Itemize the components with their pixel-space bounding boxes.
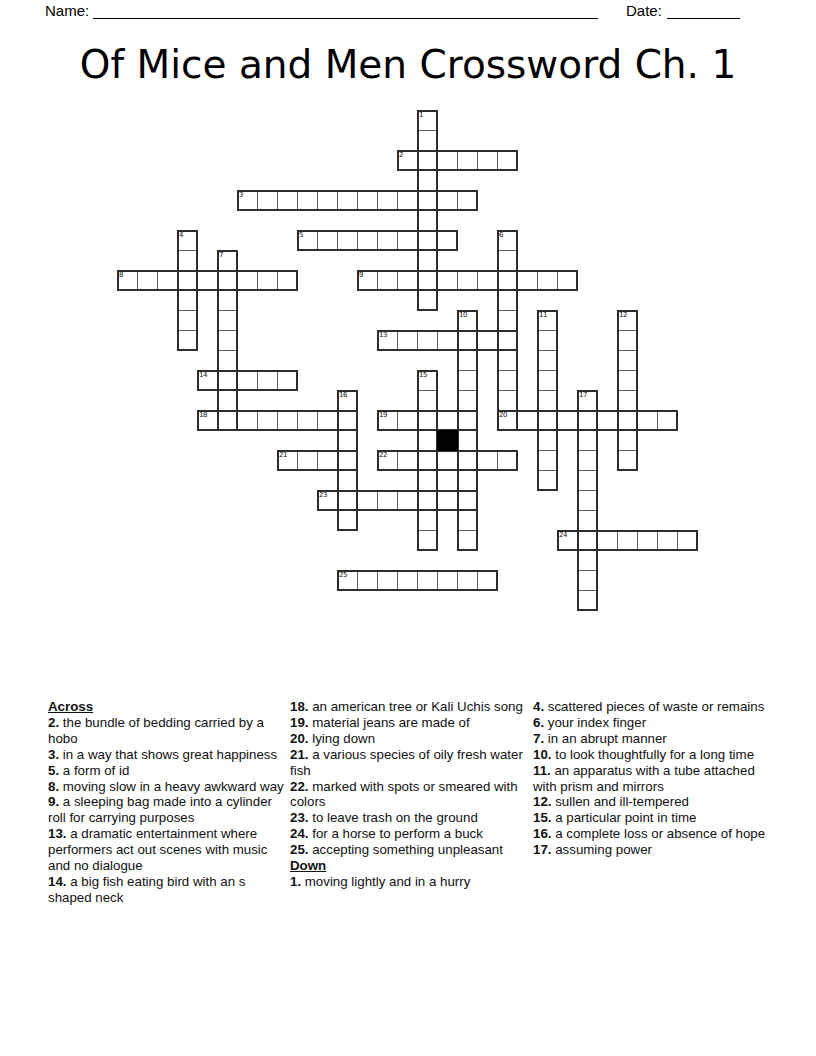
clue-across-25: 25. accepting something unpleasant [290,842,532,858]
cell-r8c1[interactable] [137,270,158,291]
cell-r11c13[interactable]: 13 [377,330,398,351]
cell-r23c23[interactable] [577,570,598,591]
cell-r14c5[interactable] [217,390,238,411]
cell-r11c25[interactable] [617,330,638,351]
cell-r12c17[interactable] [457,350,478,371]
crossword-grid: 1234567891011121314151617181920212223242… [117,110,699,612]
cell-r17c17[interactable] [457,450,478,471]
cell-r11c14[interactable] [397,330,418,351]
cell-r17c16[interactable] [437,450,458,471]
cell-r14c25[interactable] [617,390,638,411]
cell-r6c3[interactable]: 4 [177,230,198,251]
cell-r8c16[interactable] [437,270,458,291]
cell-r0c15[interactable]: 1 [417,110,438,131]
cell-r2c19[interactable] [497,150,518,171]
cell-r20c11[interactable] [337,510,358,531]
cell-r4c16[interactable] [437,190,458,211]
cell-r8c21[interactable] [537,270,558,291]
cell-r17c9[interactable] [297,450,318,471]
cell-r2c14[interactable]: 2 [397,150,418,171]
blocked-cell [437,430,458,451]
clues-column-3: 4. scattered pieces of waste or remains6… [533,699,775,858]
cell-r14c21[interactable] [537,390,558,411]
cell-r15c27[interactable] [657,410,678,431]
cell-r10c17[interactable]: 10 [457,310,478,331]
cell-r4c14[interactable] [397,190,418,211]
cell-r6c11[interactable] [337,230,358,251]
cell-r15c14[interactable] [397,410,418,431]
cell-r7c19[interactable] [497,250,518,271]
cell-r15c26[interactable] [637,410,658,431]
clue-number-6: 6 [499,231,503,239]
clue-number-15: 15 [419,371,427,379]
clue-number-21: 21 [279,451,287,459]
clue-number-2: 2 [399,151,403,159]
cell-r8c7[interactable] [257,270,278,291]
cell-r10c25[interactable]: 12 [617,310,638,331]
cell-r17c18[interactable] [477,450,498,471]
clue-across-14: 14. a big fish eating bird with an s sha… [48,874,290,906]
clue-down-15: 15. a particular point in time [533,810,775,826]
cell-r15c8[interactable] [277,410,298,431]
clue-number-5: 5 [299,231,303,239]
cell-r1c15[interactable] [417,130,438,151]
cell-r8c6[interactable] [237,270,258,291]
clue-number-14: 14 [199,371,207,379]
cell-r23c13[interactable] [377,570,398,591]
cell-r6c14[interactable] [397,230,418,251]
cell-r8c4[interactable] [197,270,218,291]
cell-r6c10[interactable] [317,230,338,251]
cell-r4c9[interactable] [297,190,318,211]
cell-r8c17[interactable] [457,270,478,291]
cell-r15c25[interactable] [617,410,638,431]
clue-down-10: 10. to look thoughtfully for a long time [533,747,775,763]
clue-down-16: 16. a complete loss or absence of hope [533,826,775,842]
cell-r13c8[interactable] [277,370,298,391]
cell-r17c11[interactable] [337,450,358,471]
cell-r17c25[interactable] [617,450,638,471]
down-heading: Down [290,858,532,874]
cell-r15c19[interactable]: 20 [497,410,518,431]
cell-r13c19[interactable] [497,370,518,391]
date-label: Date: [626,2,662,19]
cell-r23c16[interactable] [437,570,458,591]
clue-number-17: 17 [579,391,587,399]
cell-r15c10[interactable] [317,410,338,431]
cell-r4c17[interactable] [457,190,478,211]
cell-r21c28[interactable] [677,530,698,551]
cell-r8c22[interactable] [557,270,578,291]
date-input-line[interactable] [667,2,740,19]
cell-r23c17[interactable] [457,570,478,591]
clue-number-3: 3 [239,191,243,199]
clue-down-12: 12. sullen and ill-tempered [533,794,775,810]
cell-r16c23[interactable] [577,430,598,451]
cell-r4c15[interactable] [417,190,438,211]
cell-r8c5[interactable] [217,270,238,291]
cell-r18c23[interactable] [577,470,598,491]
cell-r15c9[interactable] [297,410,318,431]
clue-across-23: 23. to leave trash on the ground [290,810,532,826]
clue-down-17: 17. assuming power [533,842,775,858]
cell-r6c12[interactable] [357,230,378,251]
cell-r16c17[interactable] [457,430,478,451]
name-label: Name: [45,2,89,19]
cell-r23c12[interactable] [357,570,378,591]
cell-r17c13[interactable]: 22 [377,450,398,471]
clue-across-2: 2. the bundle of bedding carried by a ho… [48,715,290,747]
cell-r13c15[interactable]: 15 [417,370,438,391]
cell-r13c6[interactable] [237,370,258,391]
cell-r4c10[interactable] [317,190,338,211]
cell-r21c27[interactable] [657,530,678,551]
cell-r16c25[interactable] [617,430,638,451]
cell-r21c24[interactable] [597,530,618,551]
cell-r13c4[interactable]: 14 [197,370,218,391]
cell-r11c16[interactable] [437,330,458,351]
cell-r4c13[interactable] [377,190,398,211]
cell-r10c19[interactable] [497,310,518,331]
clue-across-20: 20. lying down [290,731,532,747]
clue-across-9: 9. a sleeping bag made into a cylinder r… [48,794,290,826]
cell-r15c22[interactable] [557,410,578,431]
cell-r19c13[interactable] [377,490,398,511]
clue-across-21: 21. a various species of oily fresh wate… [290,747,532,779]
clue-across-19: 19. material jeans are made of [290,715,532,731]
clue-down-4: 4. scattered pieces of waste or remains [533,699,775,715]
clue-down-1: 1. moving lightly and in a hurry [290,874,532,890]
cell-r19c16[interactable] [437,490,458,511]
cell-r17c14[interactable] [397,450,418,471]
clue-number-11: 11 [539,311,547,319]
cell-r10c21[interactable]: 11 [537,310,558,331]
clue-across-8: 8. moving slow in a heavy awkward way [48,779,290,795]
cell-r13c21[interactable] [537,370,558,391]
cell-r17c21[interactable] [537,450,558,471]
clue-down-7: 7. in an abrupt manner [533,731,775,747]
clues-column-2: 18. an american tree or Kali Uchis song1… [290,699,532,890]
cell-r15c4[interactable]: 18 [197,410,218,431]
cell-r14c23[interactable]: 17 [577,390,598,411]
cell-r7c5[interactable]: 7 [217,250,238,271]
cell-r23c11[interactable]: 25 [337,570,358,591]
cell-r15c16[interactable] [437,410,458,431]
cell-r12c25[interactable] [617,350,638,371]
cell-r22c23[interactable] [577,550,598,571]
clue-number-19: 19 [379,411,387,419]
cell-r4c8[interactable] [277,190,298,211]
cell-r21c17[interactable] [457,530,478,551]
cell-r8c19[interactable] [497,270,518,291]
cell-r18c17[interactable] [457,470,478,491]
clue-number-13: 13 [379,331,387,339]
cell-r8c14[interactable] [397,270,418,291]
cell-r8c13[interactable] [377,270,398,291]
clue-number-1: 1 [419,111,423,119]
cell-r10c3[interactable] [177,310,198,331]
cell-r17c19[interactable] [497,450,518,471]
cell-r15c24[interactable] [597,410,618,431]
clue-number-10: 10 [459,311,467,319]
cell-r8c18[interactable] [477,270,498,291]
cell-r15c11[interactable] [337,410,358,431]
clue-number-12: 12 [619,311,627,319]
cell-r4c7[interactable] [257,190,278,211]
cell-r12c5[interactable] [217,350,238,371]
cell-r8c8[interactable] [277,270,298,291]
clue-down-11: 11. an apparatus with a tube attached wi… [533,763,775,795]
cell-r14c19[interactable] [497,390,518,411]
cell-r12c19[interactable] [497,350,518,371]
cell-r23c18[interactable] [477,570,498,591]
clue-across-3: 3. in a way that shows great happiness [48,747,290,763]
cell-r19c15[interactable] [417,490,438,511]
cell-r20c17[interactable] [457,510,478,531]
cell-r6c16[interactable] [437,230,458,251]
cell-r2c15[interactable] [417,150,438,171]
cell-r15c5[interactable] [217,410,238,431]
cell-r15c20[interactable] [517,410,538,431]
cell-r9c15[interactable] [417,290,438,311]
cell-r10c5[interactable] [217,310,238,331]
cell-r19c11[interactable] [337,490,358,511]
cell-r21c15[interactable] [417,530,438,551]
clue-across-5: 5. a form of id [48,763,290,779]
cell-r19c10[interactable]: 23 [317,490,338,511]
cell-r13c5[interactable] [217,370,238,391]
cell-r13c17[interactable] [457,370,478,391]
cell-r9c3[interactable] [177,290,198,311]
cell-r9c19[interactable] [497,290,518,311]
cell-r8c15[interactable] [417,270,438,291]
clue-number-24: 24 [559,531,567,539]
name-input-line[interactable] [93,2,598,19]
cell-r18c11[interactable] [337,470,358,491]
cell-r15c17[interactable] [457,410,478,431]
cell-r2c18[interactable] [477,150,498,171]
cell-r17c15[interactable] [417,450,438,471]
clue-across-18: 18. an american tree or Kali Uchis song [290,699,532,715]
cell-r9c5[interactable] [217,290,238,311]
clue-number-20: 20 [499,411,507,419]
cell-r13c7[interactable] [257,370,278,391]
cell-r8c20[interactable] [517,270,538,291]
cell-r11c3[interactable] [177,330,198,351]
clue-number-25: 25 [339,571,347,579]
cell-r11c15[interactable] [417,330,438,351]
cell-r5c15[interactable] [417,210,438,231]
cell-r23c14[interactable] [397,570,418,591]
cell-r11c19[interactable] [497,330,518,351]
cell-r11c21[interactable] [537,330,558,351]
clue-number-4: 4 [179,231,183,239]
cell-r16c21[interactable] [537,430,558,451]
cell-r17c8[interactable]: 21 [277,450,298,471]
cell-r18c15[interactable] [417,470,438,491]
clue-across-24: 24. for a horse to perform a buck [290,826,532,842]
cell-r14c15[interactable] [417,390,438,411]
cell-r4c6[interactable]: 3 [237,190,258,211]
cell-r18c21[interactable] [537,470,558,491]
cell-r2c16[interactable] [437,150,458,171]
cell-r12c21[interactable] [537,350,558,371]
cell-r19c14[interactable] [397,490,418,511]
cell-r23c15[interactable] [417,570,438,591]
clue-number-22: 22 [379,451,387,459]
cell-r16c11[interactable] [337,430,358,451]
cell-r4c11[interactable] [337,190,358,211]
cell-r24c23[interactable] [577,590,598,611]
cell-r21c26[interactable] [637,530,658,551]
cell-r16c15[interactable] [417,430,438,451]
clue-across-13: 13. a dramatic entertainment where perfo… [48,826,290,874]
cell-r2c17[interactable] [457,150,478,171]
cell-r17c23[interactable] [577,450,598,471]
cell-r7c3[interactable] [177,250,198,271]
cell-r13c25[interactable] [617,370,638,391]
cell-r11c17[interactable] [457,330,478,351]
cell-r14c11[interactable]: 16 [337,390,358,411]
cell-r15c6[interactable] [237,410,258,431]
cell-r19c12[interactable] [357,490,378,511]
cell-r20c15[interactable] [417,510,438,531]
cell-r15c7[interactable] [257,410,278,431]
clue-number-23: 23 [319,491,327,499]
cell-r3c15[interactable] [417,170,438,191]
clue-number-8: 8 [119,271,123,279]
clues-column-1: Across2. the bundle of bedding carried b… [48,699,290,906]
cell-r17c10[interactable] [317,450,338,471]
cell-r21c25[interactable] [617,530,638,551]
cell-r19c23[interactable] [577,490,598,511]
clue-down-6: 6. your index finger [533,715,775,731]
cell-r20c23[interactable] [577,510,598,531]
cell-r15c21[interactable] [537,410,558,431]
cell-r7c15[interactable] [417,250,438,271]
cell-r8c2[interactable] [157,270,178,291]
cell-r11c18[interactable] [477,330,498,351]
clue-number-18: 18 [199,411,207,419]
clue-number-9: 9 [359,271,363,279]
cell-r4c12[interactable] [357,190,378,211]
cell-r21c22[interactable]: 24 [557,530,578,551]
cell-r8c12[interactable]: 9 [357,270,378,291]
cell-r15c23[interactable] [577,410,598,431]
cell-r14c17[interactable] [457,390,478,411]
cell-r19c17[interactable] [457,490,478,511]
cell-r21c23[interactable] [577,530,598,551]
cell-r8c3[interactable] [177,270,198,291]
cell-r6c13[interactable] [377,230,398,251]
cell-r8c0[interactable]: 8 [117,270,138,291]
cell-r6c9[interactable]: 5 [297,230,318,251]
clue-number-16: 16 [339,391,347,399]
clue-number-7: 7 [219,251,223,259]
cell-r11c5[interactable] [217,330,238,351]
cell-r15c13[interactable]: 19 [377,410,398,431]
page-title: Of Mice and Men Crossword Ch. 1 [0,42,816,87]
clue-across-22: 22. marked with spots or smeared with co… [290,779,532,811]
cell-r15c15[interactable] [417,410,438,431]
cell-r6c19[interactable]: 6 [497,230,518,251]
across-heading: Across [48,699,290,715]
cell-r6c15[interactable] [417,230,438,251]
